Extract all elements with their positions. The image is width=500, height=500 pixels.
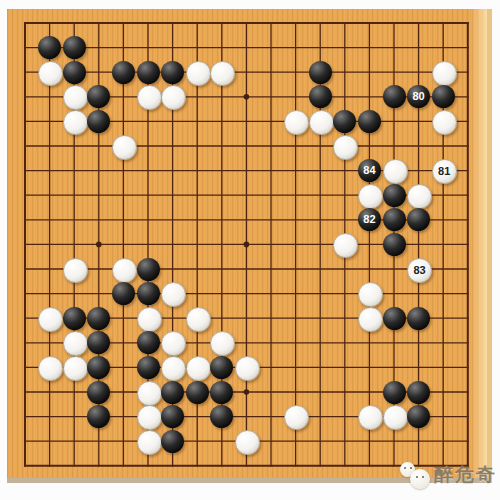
stone-white [432, 61, 457, 86]
stone-white [186, 307, 211, 332]
stone-white [112, 258, 137, 283]
stone-white [309, 110, 334, 135]
stone-white [186, 61, 211, 86]
stone-white [383, 405, 408, 430]
stone-white [235, 356, 260, 381]
stone-black [87, 381, 110, 404]
stone-black [383, 381, 406, 404]
stone-white [137, 85, 162, 110]
stone-white [407, 184, 432, 209]
watermark-text: 醉危奇 [434, 462, 497, 488]
stone-white [137, 430, 162, 455]
stone-white [383, 159, 408, 184]
wechat-emoji-icon [398, 460, 434, 490]
stone-white [38, 356, 63, 381]
stone-white [284, 110, 309, 135]
stone-white [210, 61, 235, 86]
stone-black [137, 258, 160, 281]
stone-black [137, 356, 160, 379]
stone-white [137, 381, 162, 406]
stone-white [63, 356, 88, 381]
stone-black [407, 307, 430, 330]
stone-black [137, 331, 160, 354]
stone-black [161, 430, 184, 453]
stone-black [309, 61, 332, 84]
stone-white [63, 85, 88, 110]
stone-black [383, 85, 406, 108]
stone-black [63, 307, 86, 330]
watermark: 醉危奇 [398, 458, 498, 492]
stone-white [358, 282, 383, 307]
stone-white [63, 331, 88, 356]
stone-white [358, 307, 383, 332]
stone-black-move-84: 84 [358, 159, 381, 182]
stone-black [383, 184, 406, 207]
stone-black [210, 381, 233, 404]
stone-white [38, 307, 63, 332]
stone-black [383, 233, 406, 256]
stone-white [112, 135, 137, 160]
stone-black [161, 61, 184, 84]
stone-black [137, 61, 160, 84]
emoji-face-icon [410, 469, 430, 489]
stone-white [38, 61, 63, 86]
stone-black [137, 282, 160, 305]
stone-white-move-81: 81 [432, 159, 457, 184]
stone-white [358, 405, 383, 430]
stone-black [63, 36, 86, 59]
stone-black [112, 282, 135, 305]
stone-black [383, 208, 406, 231]
stone-white-move-83: 83 [407, 258, 432, 283]
stone-black [358, 110, 381, 133]
stone-black [161, 381, 184, 404]
stone-white [161, 356, 186, 381]
stone-white [63, 258, 88, 283]
stone-white [137, 307, 162, 332]
stone-black [186, 381, 209, 404]
stone-white [333, 135, 358, 160]
stone-black [63, 61, 86, 84]
stone-white [186, 356, 211, 381]
stone-black [309, 85, 332, 108]
stone-white [137, 405, 162, 430]
stone-black [432, 85, 455, 108]
stone-white [358, 184, 383, 209]
stone-black [112, 61, 135, 84]
stone-white [235, 430, 260, 455]
stone-black [383, 307, 406, 330]
stone-black [407, 381, 430, 404]
stone-black [87, 307, 110, 330]
stone-white [432, 110, 457, 135]
stone-white [63, 110, 88, 135]
